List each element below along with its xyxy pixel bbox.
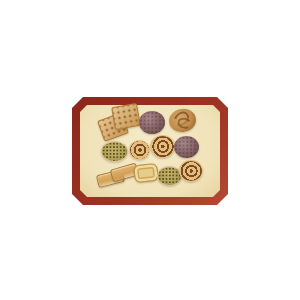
speckled-middle bbox=[101, 141, 128, 162]
swirl-bottom bbox=[179, 160, 203, 182]
butter-biscuit bbox=[133, 163, 159, 183]
product-photo bbox=[0, 0, 300, 300]
choco-ball-mid bbox=[174, 136, 199, 158]
swirl-small bbox=[129, 140, 150, 160]
twist-knot bbox=[167, 107, 197, 134]
speckled-bottom bbox=[157, 166, 182, 186]
cookie-layer bbox=[0, 0, 300, 300]
cracker-front bbox=[111, 102, 141, 129]
swirl-large bbox=[150, 135, 175, 158]
choco-ball-top bbox=[139, 111, 165, 134]
